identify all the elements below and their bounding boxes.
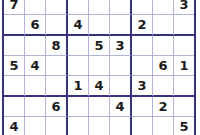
cell-r3c5-empty[interactable] [89,15,110,36]
cell-r2c8-empty[interactable] [153,0,174,15]
cell-r6c8-empty[interactable] [153,76,174,97]
cell-r2c6-empty[interactable] [110,0,132,15]
cell-r8c5-empty[interactable] [89,117,110,135]
cell-r2c1-given: 7 [4,0,25,15]
cell-r6c2-empty[interactable] [25,76,46,97]
cell-r7c1-empty[interactable] [4,97,25,117]
cell-r5c7-empty[interactable] [132,56,153,76]
cell-r8c7-empty[interactable] [132,117,153,135]
cell-r5c4-empty[interactable] [68,56,89,76]
cell-r4c7-empty[interactable] [132,36,153,56]
cell-r4c8-empty[interactable] [153,36,174,56]
cell-r5c6-empty[interactable] [110,56,132,76]
cell-r4c5-given: 5 [89,36,110,56]
cell-r8c9-given: 5 [174,117,194,135]
cell-r7c4-empty[interactable] [68,97,89,117]
cell-r2c9-given: 3 [174,0,194,15]
cell-r8c2-empty[interactable] [25,117,46,135]
cell-r6c7-given: 3 [132,76,153,97]
cell-r5c9-given: 1 [174,56,194,76]
cell-r5c5-empty[interactable] [89,56,110,76]
cell-r8c6-empty[interactable] [110,117,132,135]
cell-r3c4-given: 4 [68,15,89,36]
cell-r2c4-empty[interactable] [68,0,89,15]
cell-r8c8-empty[interactable] [153,117,174,135]
cell-r7c8-given: 2 [153,97,174,117]
cell-r7c6-given: 4 [110,97,132,117]
cell-r4c6-given: 3 [110,36,132,56]
sudoku-board: 73642853546114364245 [2,0,196,135]
cell-r3c9-empty[interactable] [174,15,194,36]
cell-r7c2-empty[interactable] [25,97,46,117]
cell-r6c4-given: 1 [68,76,89,97]
cell-r3c1-empty[interactable] [4,15,25,36]
cell-r3c6-empty[interactable] [110,15,132,36]
cell-r3c8-empty[interactable] [153,15,174,36]
cell-r3c3-empty[interactable] [46,15,68,36]
cell-r4c2-empty[interactable] [25,36,46,56]
cell-r6c1-empty[interactable] [4,76,25,97]
cell-r5c1-given: 5 [4,56,25,76]
cell-r2c2-empty[interactable] [25,0,46,15]
cell-r5c3-empty[interactable] [46,56,68,76]
cell-r6c3-empty[interactable] [46,76,68,97]
cell-r5c8-given: 6 [153,56,174,76]
cell-r7c5-empty[interactable] [89,97,110,117]
cell-r3c2-given: 6 [25,15,46,36]
cell-r2c3-empty[interactable] [46,0,68,15]
cell-r4c9-empty[interactable] [174,36,194,56]
cell-r4c3-given: 8 [46,36,68,56]
cell-r6c5-given: 4 [89,76,110,97]
cell-r2c7-empty[interactable] [132,0,153,15]
cell-r6c9-empty[interactable] [174,76,194,97]
cell-r8c4-empty[interactable] [68,117,89,135]
cell-r2c5-empty[interactable] [89,0,110,15]
cell-r4c4-empty[interactable] [68,36,89,56]
cell-r8c3-empty[interactable] [46,117,68,135]
cell-r7c9-empty[interactable] [174,97,194,117]
cell-r8c1-given: 4 [4,117,25,135]
cell-r3c7-given: 2 [132,15,153,36]
cell-r5c2-given: 4 [25,56,46,76]
cell-r4c1-empty[interactable] [4,36,25,56]
cell-r7c3-given: 6 [46,97,68,117]
cell-r7c7-empty[interactable] [132,97,153,117]
sudoku-screenshot: 73642853546114364245 [0,0,200,135]
cell-r6c6-empty[interactable] [110,76,132,97]
